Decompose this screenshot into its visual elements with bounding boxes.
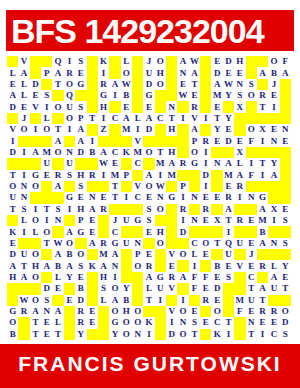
- letter-cell: N: [18, 181, 29, 192]
- letter-cell: P: [189, 136, 200, 147]
- letter-cell: M: [211, 90, 222, 101]
- letter-cell: O: [30, 249, 41, 260]
- letter-cell: S: [280, 215, 291, 226]
- letter-cell: X: [257, 124, 268, 135]
- blank-cell: [177, 124, 188, 135]
- letter-cell: O: [30, 295, 41, 306]
- blank-cell: [211, 181, 222, 192]
- letter-cell: T: [18, 260, 29, 271]
- letter-cell: N: [155, 192, 166, 203]
- letter-cell: O: [121, 317, 132, 328]
- letter-cell: V: [166, 306, 177, 317]
- blank-cell: [189, 181, 200, 192]
- letter-cell: N: [41, 306, 52, 317]
- letter-cell: T: [189, 79, 200, 90]
- letter-cell: O: [155, 56, 166, 67]
- blank-cell: [268, 295, 279, 306]
- letter-cell: E: [177, 79, 188, 90]
- letter-cell: E: [211, 192, 222, 203]
- letter-cell: A: [18, 272, 29, 283]
- letter-cell: E: [143, 249, 154, 260]
- letter-cell: A: [52, 67, 63, 78]
- letter-cell: A: [234, 170, 245, 181]
- letter-cell: K: [143, 317, 154, 328]
- letter-cell: A: [166, 158, 177, 169]
- letter-cell: C: [132, 192, 143, 203]
- letter-cell: T: [109, 181, 120, 192]
- letter-cell: G: [155, 272, 166, 283]
- blank-cell: [52, 226, 63, 237]
- blank-cell: [177, 238, 188, 249]
- letter-cell: K: [98, 56, 109, 67]
- letter-cell: S: [223, 272, 234, 283]
- blank-cell: [7, 295, 18, 306]
- letter-cell: N: [246, 192, 257, 203]
- letter-cell: O: [41, 124, 52, 135]
- letter-cell: O: [246, 90, 257, 101]
- letter-cell: E: [87, 226, 98, 237]
- letter-cell: B: [52, 260, 63, 271]
- letter-cell: T: [41, 238, 52, 249]
- letter-cell: D: [7, 249, 18, 260]
- letter-cell: T: [246, 283, 257, 294]
- letter-cell: O: [52, 147, 63, 158]
- letter-cell: E: [189, 90, 200, 101]
- letter-cell: I: [246, 158, 257, 169]
- blank-cell: [87, 124, 98, 135]
- letter-cell: E: [223, 67, 234, 78]
- letter-cell: V: [166, 283, 177, 294]
- letter-cell: D: [143, 124, 154, 135]
- blank-cell: [280, 79, 291, 90]
- letter-cell: D: [177, 226, 188, 237]
- letter-cell: F: [280, 56, 291, 67]
- letter-cell: P: [75, 113, 86, 124]
- letter-cell: O: [211, 306, 222, 317]
- blank-cell: [98, 181, 109, 192]
- letter-cell: J: [109, 215, 120, 226]
- blank-cell: [280, 147, 291, 158]
- blank-cell: [246, 67, 257, 78]
- letter-cell: I: [200, 158, 211, 169]
- blank-cell: [75, 158, 86, 169]
- blank-cell: [200, 79, 211, 90]
- blank-cell: [200, 56, 211, 67]
- letter-cell: I: [257, 136, 268, 147]
- blank-cell: [166, 79, 177, 90]
- blank-cell: [177, 136, 188, 147]
- letter-cell: I: [177, 113, 188, 124]
- letter-cell: R: [200, 136, 211, 147]
- letter-cell: S: [246, 79, 257, 90]
- blank-cell: [143, 238, 154, 249]
- letter-cell: K: [7, 226, 18, 237]
- letter-cell: D: [211, 67, 222, 78]
- letter-cell: E: [223, 181, 234, 192]
- blank-cell: [64, 136, 75, 147]
- blank-cell: [166, 295, 177, 306]
- letter-cell: I: [155, 170, 166, 181]
- letter-cell: A: [121, 113, 132, 124]
- letter-cell: Y: [211, 124, 222, 135]
- blank-cell: [200, 90, 211, 101]
- letter-cell: R: [200, 295, 211, 306]
- letter-cell: I: [223, 226, 234, 237]
- letter-cell: H: [234, 56, 245, 67]
- letter-cell: L: [189, 249, 200, 260]
- blank-cell: [166, 226, 177, 237]
- letter-cell: R: [223, 192, 234, 203]
- letter-cell: N: [109, 260, 120, 271]
- blank-cell: [155, 317, 166, 328]
- letter-cell: E: [41, 329, 52, 340]
- blank-cell: [109, 204, 120, 215]
- letter-cell: C: [155, 113, 166, 124]
- letter-cell: N: [268, 136, 279, 147]
- letter-cell: E: [246, 306, 257, 317]
- blank-cell: [121, 226, 132, 237]
- letter-cell: T: [87, 113, 98, 124]
- blank-cell: [223, 295, 234, 306]
- letter-cell: O: [280, 306, 291, 317]
- letter-cell: R: [200, 204, 211, 215]
- blank-cell: [234, 113, 245, 124]
- letter-cell: N: [132, 329, 143, 340]
- letter-cell: T: [41, 204, 52, 215]
- letter-cell: M: [223, 170, 234, 181]
- letter-cell: E: [200, 249, 211, 260]
- blank-cell: [166, 204, 177, 215]
- letter-cell: L: [52, 272, 63, 283]
- blank-cell: [246, 101, 257, 112]
- blank-cell: [280, 101, 291, 112]
- letter-cell: N: [64, 147, 75, 158]
- blank-cell: [109, 124, 120, 135]
- letter-cell: I: [98, 170, 109, 181]
- letter-cell: W: [155, 181, 166, 192]
- blank-cell: [166, 56, 177, 67]
- letter-cell: O: [41, 226, 52, 237]
- letter-cell: A: [75, 124, 86, 135]
- letter-cell: T: [30, 329, 41, 340]
- blank-cell: [30, 56, 41, 67]
- blank-cell: [30, 283, 41, 294]
- letter-cell: A: [30, 147, 41, 158]
- blank-cell: [30, 136, 41, 147]
- blank-cell: [75, 238, 86, 249]
- blank-cell: [234, 272, 245, 283]
- letter-cell: R: [257, 90, 268, 101]
- blank-cell: [121, 260, 132, 271]
- letter-cell: A: [41, 260, 52, 271]
- letter-cell: Y: [75, 329, 86, 340]
- letter-cell: R: [268, 306, 279, 317]
- blank-cell: [87, 329, 98, 340]
- letter-cell: G: [109, 317, 120, 328]
- letter-cell: O: [143, 147, 154, 158]
- letter-cell: E: [121, 101, 132, 112]
- letter-cell: T: [211, 238, 222, 249]
- blank-cell: [109, 56, 120, 67]
- letter-cell: S: [189, 317, 200, 328]
- blank-cell: [166, 215, 177, 226]
- letter-cell: A: [64, 226, 75, 237]
- letter-cell: A: [52, 249, 63, 260]
- letter-cell: E: [200, 215, 211, 226]
- author-banner: FRANCIS GURTOWSKI: [0, 344, 300, 388]
- blank-cell: [280, 113, 291, 124]
- blank-cell: [257, 79, 268, 90]
- letter-cell: E: [41, 170, 52, 181]
- letter-cell: A: [87, 238, 98, 249]
- letter-cell: R: [189, 101, 200, 112]
- letter-cell: Y: [121, 283, 132, 294]
- letter-cell: O: [64, 238, 75, 249]
- letter-cell: T: [166, 113, 177, 124]
- letter-cell: A: [52, 181, 63, 192]
- letter-cell: A: [98, 260, 109, 271]
- letter-cell: G: [64, 192, 75, 203]
- blank-cell: [257, 249, 268, 260]
- letter-cell: A: [257, 67, 268, 78]
- blank-cell: [87, 158, 98, 169]
- letter-cell: E: [166, 260, 177, 271]
- letter-cell: T: [211, 113, 222, 124]
- letter-cell: V: [234, 260, 245, 271]
- letter-cell: O: [246, 124, 257, 135]
- letter-cell: Y: [223, 113, 234, 124]
- letter-cell: N: [211, 158, 222, 169]
- letter-cell: E: [109, 158, 120, 169]
- blank-cell: [109, 67, 120, 78]
- blank-cell: [189, 204, 200, 215]
- blank-cell: [7, 113, 18, 124]
- letter-cell: T: [189, 329, 200, 340]
- book-cover: BFS 1429232004 VQISKLJOAWEDHOFLAPAREIOUH…: [0, 0, 300, 388]
- blank-cell: [98, 215, 109, 226]
- letter-cell: O: [30, 272, 41, 283]
- blank-cell: [155, 306, 166, 317]
- blank-cell: [132, 283, 143, 294]
- blank-cell: [257, 272, 268, 283]
- letter-cell: M: [121, 124, 132, 135]
- letter-cell: R: [166, 272, 177, 283]
- letter-cell: C: [211, 317, 222, 328]
- blank-cell: [189, 295, 200, 306]
- blank-cell: [41, 249, 52, 260]
- letter-cell: P: [41, 67, 52, 78]
- blank-cell: [166, 136, 177, 147]
- letter-cell: D: [41, 283, 52, 294]
- letter-cell: I: [200, 181, 211, 192]
- blank-cell: [52, 113, 63, 124]
- letter-cell: Z: [98, 124, 109, 135]
- letter-cell: K: [121, 147, 132, 158]
- blank-cell: [18, 283, 29, 294]
- letter-cell: H: [166, 147, 177, 158]
- letter-cell: I: [234, 192, 245, 203]
- letter-cell: M: [98, 249, 109, 260]
- letter-cell: V: [18, 56, 29, 67]
- letter-cell: N: [189, 192, 200, 203]
- blank-cell: [280, 170, 291, 181]
- blank-cell: [143, 136, 154, 147]
- blank-cell: [64, 215, 75, 226]
- blank-cell: [109, 101, 120, 112]
- letter-cell: N: [87, 192, 98, 203]
- letter-cell: O: [121, 329, 132, 340]
- letter-cell: I: [177, 295, 188, 306]
- letter-cell: L: [121, 56, 132, 67]
- blank-cell: [87, 67, 98, 78]
- letter-cell: W: [18, 295, 29, 306]
- letter-cell: F: [189, 283, 200, 294]
- letter-cell: I: [30, 124, 41, 135]
- letter-cell: T: [7, 170, 18, 181]
- letter-cell: X: [268, 204, 279, 215]
- letter-cell: W: [121, 79, 132, 90]
- blank-cell: [280, 295, 291, 306]
- blank-cell: [121, 249, 132, 260]
- blank-cell: [41, 56, 52, 67]
- blank-cell: [280, 181, 291, 192]
- letter-cell: U: [41, 158, 52, 169]
- blank-cell: [132, 56, 143, 67]
- blank-cell: [18, 317, 29, 328]
- letter-cell: I: [7, 136, 18, 147]
- letter-cell: E: [234, 67, 245, 78]
- blank-cell: [41, 192, 52, 203]
- blank-cell: [189, 170, 200, 181]
- letter-cell: G: [143, 90, 154, 101]
- blank-cell: [211, 249, 222, 260]
- blank-cell: [121, 272, 132, 283]
- letter-cell: E: [268, 317, 279, 328]
- letter-cell: H: [30, 260, 41, 271]
- blank-cell: [132, 101, 143, 112]
- letter-cell: R: [98, 79, 109, 90]
- letter-cell: E: [246, 238, 257, 249]
- letter-cell: X: [234, 101, 245, 112]
- letter-cell: I: [189, 260, 200, 271]
- letter-cell: A: [7, 260, 18, 271]
- letter-cell: B: [7, 329, 18, 340]
- letter-cell: G: [75, 226, 86, 237]
- blank-cell: [87, 90, 98, 101]
- letter-cell: T: [223, 215, 234, 226]
- letter-cell: C: [132, 158, 143, 169]
- blank-cell: [18, 158, 29, 169]
- letter-cell: R: [234, 181, 245, 192]
- blank-cell: [234, 226, 245, 237]
- letter-cell: R: [75, 317, 86, 328]
- letter-cell: J: [18, 113, 29, 124]
- letter-cell: S: [41, 90, 52, 101]
- blank-cell: [64, 306, 75, 317]
- blank-cell: [98, 226, 109, 237]
- blank-cell: [7, 215, 18, 226]
- letter-cell: Q: [64, 90, 75, 101]
- letter-cell: L: [234, 158, 245, 169]
- blank-cell: [257, 113, 268, 124]
- letter-cell: N: [166, 101, 177, 112]
- letter-cell: U: [18, 249, 29, 260]
- letter-cell: S: [52, 204, 63, 215]
- letter-cell: R: [177, 204, 188, 215]
- letter-cell: E: [98, 192, 109, 203]
- letter-cell: E: [64, 295, 75, 306]
- blank-cell: [18, 136, 29, 147]
- letter-cell: N: [132, 238, 143, 249]
- blank-cell: [98, 329, 109, 340]
- letter-cell: O: [132, 260, 143, 271]
- letter-cell: B: [211, 260, 222, 271]
- letter-cell: I: [41, 215, 52, 226]
- letter-cell: G: [257, 192, 268, 203]
- letter-cell: I: [109, 272, 120, 283]
- blank-cell: [280, 192, 291, 203]
- letter-cell: R: [18, 306, 29, 317]
- letter-cell: A: [109, 79, 120, 90]
- blank-cell: [234, 124, 245, 135]
- letter-cell: H: [166, 124, 177, 135]
- letter-cell: W: [98, 158, 109, 169]
- letter-cell: V: [189, 113, 200, 124]
- letter-cell: I: [30, 204, 41, 215]
- blank-cell: [280, 249, 291, 260]
- letter-cell: A: [257, 238, 268, 249]
- letter-cell: A: [211, 79, 222, 90]
- letter-cell: Q: [52, 56, 63, 67]
- letter-cell: V: [7, 124, 18, 135]
- letter-cell: L: [41, 113, 52, 124]
- blank-cell: [64, 317, 75, 328]
- letter-cell: E: [280, 272, 291, 283]
- letter-cell: V: [166, 249, 177, 260]
- letter-cell: D: [223, 136, 234, 147]
- letter-cell: L: [7, 67, 18, 78]
- letter-cell: L: [98, 295, 109, 306]
- letter-cell: S: [18, 204, 29, 215]
- blank-cell: [30, 158, 41, 169]
- letter-cell: D: [166, 329, 177, 340]
- blank-cell: [52, 192, 63, 203]
- letter-cell: O: [30, 215, 41, 226]
- letter-cell: F: [234, 306, 245, 317]
- letter-cell: N: [189, 215, 200, 226]
- letter-cell: S: [64, 170, 75, 181]
- letter-cell: H: [121, 306, 132, 317]
- letter-cell: L: [132, 113, 143, 124]
- letter-cell: T: [257, 101, 268, 112]
- letter-cell: H: [98, 101, 109, 112]
- letter-cell: M: [166, 170, 177, 181]
- blank-cell: [200, 124, 211, 135]
- letter-cell: C: [189, 238, 200, 249]
- blank-cell: [234, 317, 245, 328]
- blank-cell: [155, 90, 166, 101]
- letter-cell: R: [257, 306, 268, 317]
- letter-cell: B: [121, 90, 132, 101]
- letter-cell: U: [223, 249, 234, 260]
- blank-cell: [41, 181, 52, 192]
- letter-cell: O: [30, 181, 41, 192]
- blank-cell: [234, 249, 245, 260]
- blank-cell: [246, 181, 257, 192]
- letter-cell: U: [234, 238, 245, 249]
- blank-cell: [7, 283, 18, 294]
- letter-cell: A: [52, 306, 63, 317]
